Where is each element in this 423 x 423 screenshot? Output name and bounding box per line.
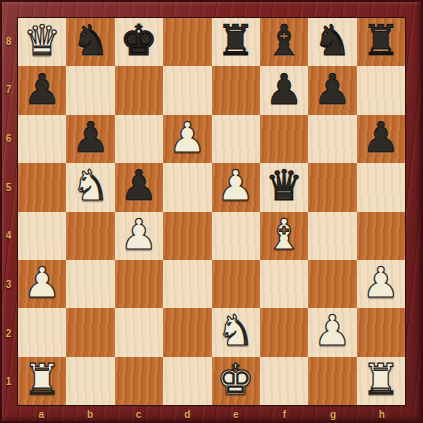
square-e5[interactable]: ♟ [212,163,260,211]
square-h3[interactable]: ♟ [357,260,405,308]
rank-label-6: 6 [0,114,17,163]
square-c7[interactable] [115,66,163,114]
rank-label-7: 7 [0,66,17,115]
square-f1[interactable] [260,357,308,405]
square-a6[interactable] [18,115,66,163]
piece-white-rook-h1[interactable]: ♜ [362,357,400,404]
square-g4[interactable] [308,212,356,260]
square-g8[interactable]: ♞ [308,18,356,66]
rank-label-2: 2 [0,309,17,358]
piece-white-pawn-c4[interactable]: ♟ [120,212,158,259]
piece-black-rook-h8[interactable]: ♜ [362,18,400,65]
square-f3[interactable] [260,260,308,308]
square-a8[interactable]: ♛ [18,18,66,66]
square-b1[interactable] [66,357,114,405]
square-c1[interactable] [115,357,163,405]
square-a2[interactable] [18,308,66,356]
square-g3[interactable] [308,260,356,308]
rank-labels: 87654321 [0,17,17,406]
piece-black-bishop-f8[interactable]: ♝ [265,18,303,65]
piece-black-knight-b8[interactable]: ♞ [72,18,110,65]
square-h5[interactable] [357,163,405,211]
file-label-f: f [260,406,309,423]
square-h6[interactable]: ♟ [357,115,405,163]
rank-label-4: 4 [0,212,17,261]
square-e2[interactable]: ♞ [212,308,260,356]
file-label-d: d [163,406,212,423]
piece-white-king-e1[interactable]: ♚ [217,357,255,404]
square-b4[interactable] [66,212,114,260]
file-label-b: b [66,406,115,423]
file-label-h: h [357,406,406,423]
piece-white-pawn-a3[interactable]: ♟ [23,260,61,307]
square-e1[interactable]: ♚ [212,357,260,405]
piece-white-pawn-e5[interactable]: ♟ [217,163,255,210]
square-f6[interactable] [260,115,308,163]
chess-board[interactable]: ♛♞♚♜♝♞♜♟♟♟♟♟♟♞♟♟♛♟♝♟♟♞♟♜♚♜ [17,17,406,406]
piece-black-rook-e8[interactable]: ♜ [217,18,255,65]
square-e3[interactable] [212,260,260,308]
square-c2[interactable] [115,308,163,356]
file-label-e: e [212,406,261,423]
rank-label-5: 5 [0,163,17,212]
square-d5[interactable] [163,163,211,211]
file-labels: abcdefgh [17,406,406,423]
piece-black-pawn-h6[interactable]: ♟ [362,115,400,162]
square-d6[interactable]: ♟ [163,115,211,163]
piece-white-pawn-g2[interactable]: ♟ [314,308,352,355]
square-h7[interactable] [357,66,405,114]
square-f7[interactable]: ♟ [260,66,308,114]
square-e7[interactable] [212,66,260,114]
piece-black-knight-g8[interactable]: ♞ [314,18,352,65]
piece-black-pawn-f7[interactable]: ♟ [265,66,303,113]
piece-white-queen-a8[interactable]: ♛ [23,18,61,65]
square-e8[interactable]: ♜ [212,18,260,66]
piece-black-pawn-c5[interactable]: ♟ [120,163,158,210]
rank-label-8: 8 [0,17,17,66]
square-d2[interactable] [163,308,211,356]
square-a1[interactable]: ♜ [18,357,66,405]
square-h2[interactable] [357,308,405,356]
square-g1[interactable] [308,357,356,405]
board-frame: 87654321 ♛♞♚♜♝♞♜♟♟♟♟♟♟♞♟♟♛♟♝♟♟♞♟♜♚♜ abcd… [0,0,423,423]
square-f8[interactable]: ♝ [260,18,308,66]
square-c8[interactable]: ♚ [115,18,163,66]
file-label-c: c [114,406,163,423]
piece-black-pawn-g7[interactable]: ♟ [314,66,352,113]
square-b8[interactable]: ♞ [66,18,114,66]
square-c3[interactable] [115,260,163,308]
square-a4[interactable] [18,212,66,260]
square-a7[interactable]: ♟ [18,66,66,114]
square-d4[interactable] [163,212,211,260]
piece-white-knight-b5[interactable]: ♞ [72,163,110,210]
file-label-a: a [17,406,66,423]
square-h1[interactable]: ♜ [357,357,405,405]
square-c6[interactable] [115,115,163,163]
square-f4[interactable]: ♝ [260,212,308,260]
square-f2[interactable] [260,308,308,356]
square-b7[interactable] [66,66,114,114]
square-h8[interactable]: ♜ [357,18,405,66]
square-d7[interactable] [163,66,211,114]
square-c4[interactable]: ♟ [115,212,163,260]
piece-white-pawn-h3[interactable]: ♟ [362,260,400,307]
piece-black-king-c8[interactable]: ♚ [120,18,158,65]
square-b3[interactable] [66,260,114,308]
file-label-g: g [309,406,358,423]
square-g2[interactable]: ♟ [308,308,356,356]
square-b6[interactable]: ♟ [66,115,114,163]
square-f5[interactable]: ♛ [260,163,308,211]
piece-black-pawn-a7[interactable]: ♟ [23,66,61,113]
square-g7[interactable]: ♟ [308,66,356,114]
piece-black-pawn-b6[interactable]: ♟ [72,115,110,162]
square-d1[interactable] [163,357,211,405]
piece-white-pawn-d6[interactable]: ♟ [168,115,206,162]
square-a3[interactable]: ♟ [18,260,66,308]
square-g6[interactable] [308,115,356,163]
rank-label-3: 3 [0,260,17,309]
square-e6[interactable] [212,115,260,163]
square-d8[interactable] [163,18,211,66]
square-c5[interactable]: ♟ [115,163,163,211]
square-h4[interactable] [357,212,405,260]
square-a5[interactable] [18,163,66,211]
piece-white-bishop-f4[interactable]: ♝ [265,212,303,259]
piece-white-rook-a1[interactable]: ♜ [23,357,61,404]
square-e4[interactable] [212,212,260,260]
piece-black-queen-f5[interactable]: ♛ [265,163,303,210]
square-b2[interactable] [66,308,114,356]
square-d3[interactable] [163,260,211,308]
piece-white-knight-e2[interactable]: ♞ [217,308,255,355]
square-g5[interactable] [308,163,356,211]
square-b5[interactable]: ♞ [66,163,114,211]
rank-label-1: 1 [0,357,17,406]
